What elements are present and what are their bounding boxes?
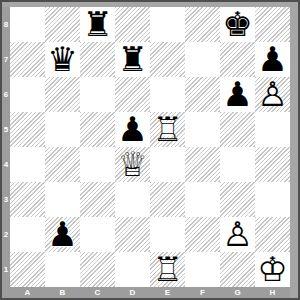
- square-d1[interactable]: [115, 252, 150, 287]
- square-h4[interactable]: [255, 147, 290, 182]
- square-d7[interactable]: ♜: [115, 42, 150, 77]
- square-c2[interactable]: [80, 217, 115, 252]
- piece-white-rook-fill: ♜: [150, 112, 185, 147]
- rank-label-1: 1: [2, 252, 10, 287]
- piece-black-queen: ♛: [45, 42, 80, 77]
- rank-label-2: 2: [2, 217, 10, 252]
- piece-black-rook: ♜: [115, 42, 150, 77]
- piece-white-rook-fill: ♜: [150, 252, 185, 287]
- piece-white-rook: ♖: [150, 252, 185, 287]
- piece-black-pawn: ♟: [45, 217, 80, 252]
- square-a6[interactable]: [10, 77, 45, 112]
- square-d4[interactable]: ♛♕: [115, 147, 150, 182]
- square-e8[interactable]: [150, 7, 185, 42]
- piece-black-pawn: ♟: [220, 77, 255, 112]
- square-g8[interactable]: ♚: [220, 7, 255, 42]
- square-f2[interactable]: [185, 217, 220, 252]
- square-g2[interactable]: ♟♙: [220, 217, 255, 252]
- square-h6[interactable]: ♟♙: [255, 77, 290, 112]
- square-f5[interactable]: [185, 112, 220, 147]
- file-label-a: A: [10, 287, 45, 298]
- square-h5[interactable]: [255, 112, 290, 147]
- square-b4[interactable]: [45, 147, 80, 182]
- square-g4[interactable]: [220, 147, 255, 182]
- file-label-e: E: [150, 287, 185, 298]
- square-h1[interactable]: ♚♔: [255, 252, 290, 287]
- square-h2[interactable]: [255, 217, 290, 252]
- rank-label-6: 6: [2, 77, 10, 112]
- rank-labels-gutter: 8 7 6 5 4 3 2 1: [2, 7, 10, 287]
- square-a3[interactable]: [10, 182, 45, 217]
- piece-black-pawn: ♟: [115, 112, 150, 147]
- square-a2[interactable]: [10, 217, 45, 252]
- piece-white-king: ♔: [255, 252, 290, 287]
- rank-label-4: 4: [2, 147, 10, 182]
- square-d3[interactable]: [115, 182, 150, 217]
- file-label-b: B: [45, 287, 80, 298]
- square-f6[interactable]: [185, 77, 220, 112]
- square-a4[interactable]: [10, 147, 45, 182]
- frame-right-edge: [290, 7, 298, 287]
- square-d6[interactable]: [115, 77, 150, 112]
- piece-white-pawn: ♙: [220, 217, 255, 252]
- piece-white-pawn: ♙: [255, 77, 290, 112]
- square-a7[interactable]: [10, 42, 45, 77]
- frame-corner-bottom-right: [290, 287, 298, 298]
- piece-white-pawn-fill: ♟: [220, 217, 255, 252]
- chess-board: ♜♚♛♜♟♟♟♙♟♜♖♛♕♟♟♙♜♖♚♔: [10, 7, 290, 287]
- square-b7[interactable]: ♛: [45, 42, 80, 77]
- piece-black-king: ♚: [220, 7, 255, 42]
- piece-white-king-fill: ♚: [255, 252, 290, 287]
- file-label-f: F: [185, 287, 220, 298]
- square-h7[interactable]: ♟: [255, 42, 290, 77]
- square-c8[interactable]: ♜: [80, 7, 115, 42]
- square-c3[interactable]: [80, 182, 115, 217]
- piece-white-rook: ♖: [150, 112, 185, 147]
- piece-white-pawn-fill: ♟: [255, 77, 290, 112]
- rank-label-7: 7: [2, 42, 10, 77]
- square-e1[interactable]: ♜♖: [150, 252, 185, 287]
- rank-label-3: 3: [2, 182, 10, 217]
- square-e4[interactable]: [150, 147, 185, 182]
- frame-corner-bottom-left: [2, 287, 10, 298]
- square-f1[interactable]: [185, 252, 220, 287]
- piece-black-rook: ♜: [80, 7, 115, 42]
- square-e3[interactable]: [150, 182, 185, 217]
- square-b8[interactable]: [45, 7, 80, 42]
- rank-label-8: 8: [2, 7, 10, 42]
- square-b6[interactable]: [45, 77, 80, 112]
- square-f7[interactable]: [185, 42, 220, 77]
- square-c5[interactable]: [80, 112, 115, 147]
- square-c6[interactable]: [80, 77, 115, 112]
- square-d8[interactable]: [115, 7, 150, 42]
- square-a1[interactable]: [10, 252, 45, 287]
- file-label-h: H: [255, 287, 290, 298]
- square-d5[interactable]: ♟: [115, 112, 150, 147]
- file-label-c: C: [80, 287, 115, 298]
- file-labels-gutter: A B C D E F G H: [10, 287, 290, 298]
- square-d2[interactable]: [115, 217, 150, 252]
- square-g6[interactable]: ♟: [220, 77, 255, 112]
- chess-diagram: 8 7 6 5 4 3 2 1 ♜♚♛♜♟♟♟♙♟♜♖♛♕♟♟♙♜♖♚♔ A B…: [0, 0, 300, 300]
- square-g7[interactable]: [220, 42, 255, 77]
- square-h3[interactable]: [255, 182, 290, 217]
- square-c4[interactable]: [80, 147, 115, 182]
- square-g5[interactable]: [220, 112, 255, 147]
- square-f8[interactable]: [185, 7, 220, 42]
- square-e5[interactable]: ♜♖: [150, 112, 185, 147]
- piece-white-queen-fill: ♛: [115, 147, 150, 182]
- piece-black-pawn: ♟: [255, 42, 290, 77]
- square-c1[interactable]: [80, 252, 115, 287]
- square-b2[interactable]: ♟: [45, 217, 80, 252]
- square-a8[interactable]: [10, 7, 45, 42]
- rank-label-5: 5: [2, 112, 10, 147]
- square-e7[interactable]: [150, 42, 185, 77]
- square-b5[interactable]: [45, 112, 80, 147]
- square-g3[interactable]: [220, 182, 255, 217]
- square-f4[interactable]: [185, 147, 220, 182]
- file-label-g: G: [220, 287, 255, 298]
- square-f3[interactable]: [185, 182, 220, 217]
- file-label-d: D: [115, 287, 150, 298]
- square-a5[interactable]: [10, 112, 45, 147]
- square-h8[interactable]: [255, 7, 290, 42]
- square-c7[interactable]: [80, 42, 115, 77]
- square-e2[interactable]: [150, 217, 185, 252]
- square-b1[interactable]: [45, 252, 80, 287]
- square-b3[interactable]: [45, 182, 80, 217]
- square-g1[interactable]: [220, 252, 255, 287]
- square-e6[interactable]: [150, 77, 185, 112]
- piece-white-queen: ♕: [115, 147, 150, 182]
